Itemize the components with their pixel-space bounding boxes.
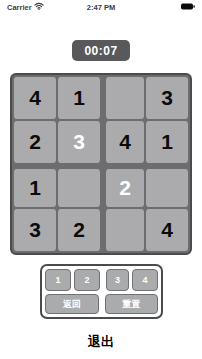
status-bar: Carrier 2:47 PM bbox=[0, 0, 202, 14]
board-cell-r1c2[interactable]: 1 bbox=[58, 77, 100, 119]
board-cell-r2c2[interactable]: 3 bbox=[58, 121, 100, 163]
digit-button-4[interactable]: 4 bbox=[132, 269, 158, 291]
board-cell-r4c1[interactable]: 3 bbox=[14, 209, 56, 251]
reset-button[interactable]: 重置 bbox=[105, 294, 159, 314]
action-row: 返回 重置 bbox=[45, 294, 158, 314]
board-cell-r4c3[interactable] bbox=[106, 209, 144, 251]
app-screen: Carrier 2:47 PM 00:07 4 1 bbox=[0, 0, 202, 359]
board-cell-r1c1[interactable]: 4 bbox=[14, 77, 56, 119]
digit-row: 1 2 3 4 bbox=[45, 269, 158, 291]
board-cell-r3c2[interactable] bbox=[58, 169, 100, 207]
carrier-label: Carrier bbox=[7, 3, 32, 12]
board-cell-r1c4[interactable]: 3 bbox=[146, 77, 188, 119]
exit-button[interactable]: 退出 bbox=[0, 333, 202, 351]
board-cell-r3c3[interactable]: 2 bbox=[106, 169, 144, 207]
wifi-icon bbox=[34, 2, 44, 12]
keypad-panel: 1 2 3 4 返回 重置 bbox=[40, 264, 163, 319]
board-cell-r2c1[interactable]: 2 bbox=[14, 121, 56, 163]
digit-button-1[interactable]: 1 bbox=[45, 269, 71, 291]
board-cell-r2c4[interactable]: 1 bbox=[146, 121, 188, 163]
battery-icon bbox=[181, 3, 195, 12]
board-cell-r4c2[interactable]: 2 bbox=[58, 209, 100, 251]
back-button[interactable]: 返回 bbox=[45, 294, 99, 314]
sudoku-board: 4 1 3 2 3 4 1 1 2 3 2 4 bbox=[10, 73, 192, 255]
status-time: 2:47 PM bbox=[87, 0, 115, 14]
board-cell-r3c1[interactable]: 1 bbox=[14, 169, 56, 207]
board-cell-r3c4[interactable] bbox=[146, 169, 188, 207]
board-cell-r2c3[interactable]: 4 bbox=[106, 121, 144, 163]
digit-button-2[interactable]: 2 bbox=[74, 269, 100, 291]
board-cell-r4c4[interactable]: 4 bbox=[146, 209, 188, 251]
timer-display: 00:07 bbox=[72, 40, 130, 61]
board-cell-r1c3[interactable] bbox=[106, 77, 144, 119]
digit-button-3[interactable]: 3 bbox=[106, 269, 129, 291]
